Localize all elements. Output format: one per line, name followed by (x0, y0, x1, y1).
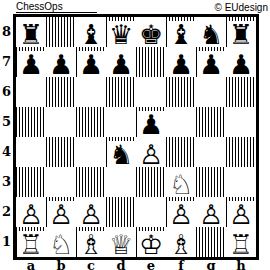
square-e5: ♟ (136, 107, 166, 137)
square-b3 (46, 167, 76, 197)
app-title-link[interactable]: ChessOps (16, 1, 97, 13)
piece-black-pawn: ♟ (47, 51, 75, 77)
piece-black-rook: ♜ (17, 21, 45, 47)
piece-black-pawn: ♟ (197, 51, 225, 77)
piece-white-pawn: ♙ (77, 201, 105, 227)
square-a8: ♜ (16, 17, 46, 47)
piece-black-rook: ♜ (227, 21, 255, 47)
piece-white-pawn: ♙ (167, 201, 195, 227)
square-d4: ♞ (106, 137, 136, 167)
piece-white-pawn: ♙ (17, 201, 45, 227)
piece-white-pawn: ♙ (227, 201, 255, 227)
square-e7 (136, 47, 166, 77)
square-c7: ♟ (76, 47, 106, 77)
copyright-text: © EUdesign (214, 2, 268, 13)
file-label-f: f (166, 260, 196, 270)
chessops-diagram: ChessOps © EUdesign 87654321 ♜♝♛♚♝♞♜♟♟♟♟… (0, 0, 270, 270)
piece-white-queen: ♕ (107, 231, 135, 257)
square-c6 (76, 77, 106, 107)
rank-label-3: 3 (0, 167, 13, 197)
square-f4 (166, 137, 196, 167)
square-g2: ♙ (196, 197, 226, 227)
piece-black-bishop: ♝ (77, 21, 105, 47)
square-g7: ♟ (196, 47, 226, 77)
header-bar: ChessOps © EUdesign (0, 0, 270, 14)
file-label-c: c (76, 260, 106, 270)
piece-white-pawn: ♙ (197, 201, 225, 227)
square-d2 (106, 197, 136, 227)
square-a7: ♟ (16, 47, 46, 77)
square-e3 (136, 167, 166, 197)
square-a5 (16, 107, 46, 137)
piece-white-knight: ♘ (47, 231, 75, 257)
square-h4 (226, 137, 256, 167)
rank-labels: 87654321 (0, 14, 13, 257)
square-b7: ♟ (46, 47, 76, 77)
square-b6 (46, 77, 76, 107)
piece-white-rook: ♖ (227, 231, 255, 257)
piece-white-king: ♔ (137, 231, 165, 257)
square-b4 (46, 137, 76, 167)
square-c1: ♗ (76, 227, 106, 257)
square-c3 (76, 167, 106, 197)
piece-white-knight: ♘ (167, 171, 195, 197)
rank-label-6: 6 (0, 77, 13, 107)
square-a6 (16, 77, 46, 107)
piece-white-rook: ♖ (17, 231, 45, 257)
rank-label-2: 2 (0, 197, 13, 227)
square-g8: ♞ (196, 17, 226, 47)
square-c2: ♙ (76, 197, 106, 227)
square-h1: ♖ (226, 227, 256, 257)
square-g1 (196, 227, 226, 257)
square-f7: ♟ (166, 47, 196, 77)
square-h7: ♟ (226, 47, 256, 77)
rank-label-7: 7 (0, 47, 13, 77)
square-h6 (226, 77, 256, 107)
square-g3 (196, 167, 226, 197)
square-a2: ♙ (16, 197, 46, 227)
rank-label-5: 5 (0, 107, 13, 137)
square-d3 (106, 167, 136, 197)
piece-white-bishop: ♗ (77, 231, 105, 257)
piece-black-pawn: ♟ (137, 111, 165, 137)
square-f8: ♝ (166, 17, 196, 47)
piece-black-bishop: ♝ (167, 21, 195, 47)
square-c4 (76, 137, 106, 167)
piece-black-pawn: ♟ (227, 51, 255, 77)
square-d7: ♟ (106, 47, 136, 77)
square-a1: ♖ (16, 227, 46, 257)
rank-label-1: 1 (0, 227, 13, 257)
file-label-d: d (106, 260, 136, 270)
piece-black-queen: ♛ (107, 21, 135, 47)
chess-board: ♜♝♛♚♝♞♜♟♟♟♟♟♟♟♟♞♙♘♙♙♙♙♙♙♖♘♗♕♔♗♖ (13, 14, 259, 260)
piece-white-pawn: ♙ (137, 141, 165, 167)
square-b8 (46, 17, 76, 47)
square-g5 (196, 107, 226, 137)
file-label-b: b (46, 260, 76, 270)
file-label-e: e (136, 260, 166, 270)
square-a3 (16, 167, 46, 197)
square-d1: ♕ (106, 227, 136, 257)
square-d6 (106, 77, 136, 107)
square-e8: ♚ (136, 17, 166, 47)
square-a4 (16, 137, 46, 167)
rank-label-8: 8 (0, 17, 13, 47)
square-f1: ♗ (166, 227, 196, 257)
piece-black-pawn: ♟ (77, 51, 105, 77)
piece-black-king: ♚ (137, 21, 165, 47)
square-g6 (196, 77, 226, 107)
square-c8: ♝ (76, 17, 106, 47)
piece-black-pawn: ♟ (167, 51, 195, 77)
square-e6 (136, 77, 166, 107)
square-e2 (136, 197, 166, 227)
piece-white-pawn: ♙ (47, 201, 75, 227)
file-labels: abcdefgh (13, 260, 270, 270)
file-label-h: h (226, 260, 256, 270)
piece-black-pawn: ♟ (107, 51, 135, 77)
piece-black-knight: ♞ (197, 21, 225, 47)
square-g4 (196, 137, 226, 167)
square-h3 (226, 167, 256, 197)
square-d5 (106, 107, 136, 137)
square-h5 (226, 107, 256, 137)
square-h8: ♜ (226, 17, 256, 47)
piece-black-pawn: ♟ (17, 51, 45, 77)
square-b5 (46, 107, 76, 137)
square-f3: ♘ (166, 167, 196, 197)
square-e1: ♔ (136, 227, 166, 257)
piece-black-knight: ♞ (107, 141, 135, 167)
square-c5 (76, 107, 106, 137)
file-label-g: g (196, 260, 226, 270)
square-d8: ♛ (106, 17, 136, 47)
square-f5 (166, 107, 196, 137)
piece-white-bishop: ♗ (167, 231, 195, 257)
square-h2: ♙ (226, 197, 256, 227)
square-b2: ♙ (46, 197, 76, 227)
rank-label-4: 4 (0, 137, 13, 167)
square-e4: ♙ (136, 137, 166, 167)
file-label-a: a (16, 260, 46, 270)
square-f2: ♙ (166, 197, 196, 227)
square-b1: ♘ (46, 227, 76, 257)
square-f6 (166, 77, 196, 107)
board-area: 87654321 ♜♝♛♚♝♞♜♟♟♟♟♟♟♟♟♞♙♘♙♙♙♙♙♙♖♘♗♕♔♗♖ (0, 14, 270, 260)
